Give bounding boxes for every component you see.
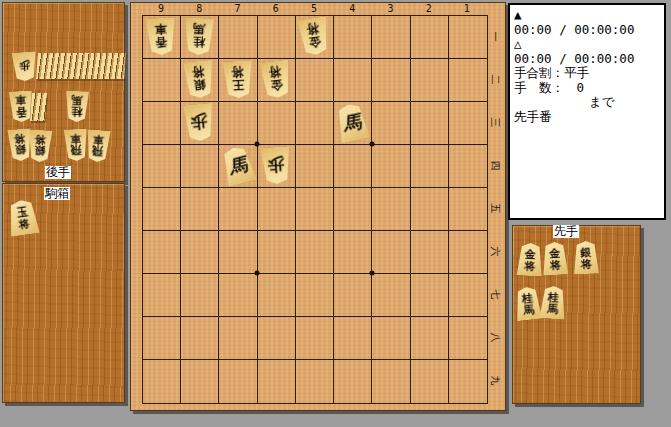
gote-label: 後手	[45, 166, 71, 179]
shogi-piece-pawn[interactable]: 歩	[11, 51, 38, 82]
gote-pawn-stack[interactable]	[36, 53, 126, 79]
rank-label: 九	[474, 374, 517, 388]
board-cell[interactable]	[372, 145, 410, 188]
board-cell[interactable]	[143, 188, 181, 231]
board-cell[interactable]	[219, 231, 257, 274]
board-cell[interactable]	[411, 360, 449, 403]
board-cell[interactable]	[181, 360, 219, 403]
board-cell[interactable]	[143, 59, 181, 102]
board-cell[interactable]	[181, 145, 219, 188]
handicap-line: 手合割：平手	[514, 66, 660, 81]
rank-label: 八	[474, 331, 517, 345]
board-cell[interactable]	[258, 16, 296, 59]
file-label: 3	[371, 3, 409, 15]
board-cell[interactable]	[411, 145, 449, 188]
game-info-panel: ▲ 00:00 / 00:00:00 △ 00:00 / 00:00:00 手合…	[508, 3, 666, 220]
board-cell[interactable]	[258, 317, 296, 360]
board-cell[interactable]	[411, 274, 449, 317]
board-cell[interactable]	[296, 59, 334, 102]
board-cell[interactable]	[372, 231, 410, 274]
board-cell[interactable]	[411, 188, 449, 231]
piece-box-tray[interactable]: 駒箱 玉将	[2, 183, 125, 403]
sente-clock: 00:00 / 00:00:00	[514, 23, 660, 38]
board-cell[interactable]	[334, 59, 372, 102]
shogi-piece-knight[interactable]: 桂馬	[64, 91, 89, 123]
board-cell[interactable]	[372, 102, 410, 145]
board-cell[interactable]	[334, 360, 372, 403]
board-cell[interactable]	[143, 274, 181, 317]
board-cell[interactable]	[219, 188, 257, 231]
board-cell[interactable]	[296, 188, 334, 231]
file-label: 9	[142, 3, 180, 15]
board-cell[interactable]	[334, 16, 372, 59]
board-cell[interactable]	[372, 59, 410, 102]
hoshi-dot	[370, 142, 375, 147]
board-cell[interactable]	[219, 360, 257, 403]
turn-line: 先手番	[514, 110, 660, 125]
hoshi-dot	[255, 271, 260, 276]
board-cell[interactable]	[296, 360, 334, 403]
hoshi-dot	[255, 142, 260, 147]
file-labels: 987654321	[142, 3, 486, 15]
file-label: 5	[295, 3, 333, 15]
board-cell[interactable]	[258, 188, 296, 231]
shogi-piece-silver[interactable]: 銀将	[7, 128, 33, 162]
hoshi-dot	[370, 271, 375, 276]
board-cell[interactable]	[143, 102, 181, 145]
board-cell[interactable]	[143, 360, 181, 403]
shogi-piece-rook[interactable]: 飛車	[85, 129, 111, 163]
board-cell[interactable]	[181, 274, 219, 317]
board-cell[interactable]	[411, 317, 449, 360]
rank-label: 七	[474, 288, 517, 302]
shogi-piece-rook[interactable]: 飛車	[63, 128, 89, 161]
board-cell[interactable]	[372, 188, 410, 231]
board-cell[interactable]	[219, 317, 257, 360]
board-cell[interactable]	[258, 360, 296, 403]
sente-mark: ▲	[514, 8, 660, 23]
rank-label: 六	[474, 245, 517, 259]
board-cell[interactable]	[334, 274, 372, 317]
piece-box-label: 駒箱	[44, 187, 70, 200]
board-cell[interactable]	[334, 145, 372, 188]
shogi-piece-king[interactable]: 玉将	[6, 198, 41, 237]
file-label: 8	[180, 3, 218, 15]
board-cell[interactable]	[411, 16, 449, 59]
board-cell[interactable]	[219, 102, 257, 145]
file-label: 1	[448, 3, 486, 15]
gote-clock: 00:00 / 00:00:00	[514, 52, 660, 67]
board-cell[interactable]	[258, 274, 296, 317]
file-label: 7	[218, 3, 256, 15]
board-cell[interactable]	[411, 102, 449, 145]
board-cell[interactable]	[296, 102, 334, 145]
board-cell[interactable]	[258, 231, 296, 274]
board-cell[interactable]	[334, 317, 372, 360]
file-label: 6	[257, 3, 295, 15]
shogi-piece-gold[interactable]: 金将	[516, 242, 544, 276]
made-line: まで	[514, 95, 660, 110]
move-count-line: 手 数： 0	[514, 81, 660, 96]
board-cell[interactable]	[372, 360, 410, 403]
shogi-piece-silver[interactable]: 銀将	[27, 129, 53, 162]
board-cell[interactable]	[219, 16, 257, 59]
shogi-board: 987654321 一二三四五六七八九 香車桂馬金将銀将王将金将歩馬馬歩	[130, 2, 506, 411]
shogi-piece-knight[interactable]: 桂馬	[513, 286, 542, 322]
board-cell[interactable]	[334, 231, 372, 274]
shogi-app-window: 後手 歩香車桂馬銀将銀将飛車飛車 駒箱 玉将 987654321 一二三四五六七…	[0, 0, 671, 427]
shogi-piece-gold[interactable]: 金将	[541, 241, 569, 275]
board-cell[interactable]	[296, 317, 334, 360]
board-cell[interactable]	[372, 274, 410, 317]
shogi-piece-knight[interactable]: 桂馬	[539, 285, 567, 320]
gote-hand-tray[interactable]: 後手 歩香車桂馬銀将銀将飛車飛車	[2, 2, 125, 182]
board-cell[interactable]	[181, 188, 219, 231]
board-cell[interactable]	[258, 102, 296, 145]
board-cell[interactable]	[181, 231, 219, 274]
board-cell[interactable]	[372, 317, 410, 360]
board-cell[interactable]	[411, 231, 449, 274]
rank-labels: 一二三四五六七八九	[488, 15, 502, 402]
board-cell[interactable]	[219, 274, 257, 317]
board-cell[interactable]	[296, 145, 334, 188]
board-cell[interactable]	[143, 317, 181, 360]
board-cell[interactable]	[143, 231, 181, 274]
shogi-piece-silver[interactable]: 銀将	[572, 241, 599, 275]
board-cell[interactable]	[411, 59, 449, 102]
file-label: 4	[333, 3, 371, 15]
board-cell[interactable]	[296, 231, 334, 274]
board-cell[interactable]	[334, 188, 372, 231]
gote-lance-stack[interactable]	[30, 93, 47, 121]
file-label: 2	[410, 3, 448, 15]
board-cell[interactable]	[296, 274, 334, 317]
board-cell[interactable]	[372, 16, 410, 59]
gote-mark: △	[514, 37, 660, 52]
board-cell[interactable]	[181, 317, 219, 360]
board-cell[interactable]	[143, 145, 181, 188]
sente-hand-tray[interactable]: 先手 金将金将銀将桂馬桂馬	[512, 225, 641, 404]
sente-label: 先手	[553, 225, 579, 238]
